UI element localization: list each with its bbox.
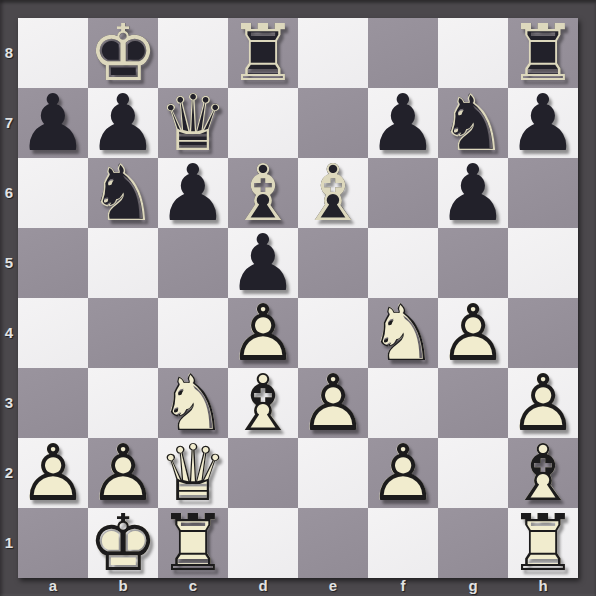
square-h2[interactable]: ♝♗ (508, 438, 578, 508)
square-d1[interactable] (228, 508, 298, 578)
square-f6[interactable] (368, 158, 438, 228)
white-pawn-outline-glyph: ♙ (88, 438, 158, 508)
file-label-d: d (228, 578, 298, 596)
black-knight-glyph: ♞ (88, 158, 158, 228)
file-label-c: c (158, 578, 228, 596)
white-rook-glyph: ♜ (508, 508, 578, 578)
square-h4[interactable] (508, 298, 578, 368)
square-a5[interactable] (18, 228, 88, 298)
white-pawn[interactable]: ♟♙ (508, 368, 578, 438)
black-bishop-outline-glyph: ♗ (298, 158, 368, 228)
black-pawn-glyph: ♟ (88, 88, 158, 158)
square-c3[interactable]: ♞♘ (158, 368, 228, 438)
file-label-g: g (438, 578, 508, 596)
square-a1[interactable] (18, 508, 88, 578)
black-knight-outline-glyph: ♘ (438, 88, 508, 158)
white-rook[interactable]: ♜♖ (158, 508, 228, 578)
square-g6[interactable]: ♟ (438, 158, 508, 228)
black-pawn[interactable]: ♟ (158, 158, 228, 228)
square-a7[interactable]: ♟ (18, 88, 88, 158)
black-rook[interactable]: ♜♖ (508, 18, 578, 88)
white-bishop[interactable]: ♝♗ (228, 368, 298, 438)
black-rook-glyph: ♜ (508, 18, 578, 88)
square-e1[interactable] (298, 508, 368, 578)
black-bishop-outline-glyph: ♗ (228, 158, 298, 228)
square-h6[interactable] (508, 158, 578, 228)
white-queen[interactable]: ♛♕ (158, 438, 228, 508)
white-rook-outline-glyph: ♖ (508, 508, 578, 578)
file-label-f: f (368, 578, 438, 596)
square-c1[interactable]: ♜♖ (158, 508, 228, 578)
white-pawn-outline-glyph: ♙ (368, 438, 438, 508)
white-bishop-glyph: ♝ (228, 368, 298, 438)
square-a2[interactable]: ♟♙ (18, 438, 88, 508)
chess-board: ♚♔♜♖♜♖♟♟♛♕♟♞♘♟♞♘♟♝♗♝♗♟♟♟♙♞♘♟♙♞♘♝♗♟♙♟♙♟♙♟… (18, 18, 578, 578)
white-king[interactable]: ♚♔ (88, 508, 158, 578)
square-g8[interactable] (438, 18, 508, 88)
white-pawn-glyph: ♟ (88, 438, 158, 508)
black-pawn[interactable]: ♟ (88, 88, 158, 158)
white-pawn-glyph: ♟ (18, 438, 88, 508)
rank-label-5: 5 (0, 228, 18, 298)
square-g1[interactable] (438, 508, 508, 578)
white-pawn-outline-glyph: ♙ (18, 438, 88, 508)
black-pawn-glyph: ♟ (228, 228, 298, 298)
square-b4[interactable] (88, 298, 158, 368)
square-c5[interactable] (158, 228, 228, 298)
black-pawn[interactable]: ♟ (438, 158, 508, 228)
square-c4[interactable] (158, 298, 228, 368)
black-king[interactable]: ♚♔ (88, 18, 158, 88)
rank-label-8: 8 (0, 18, 18, 88)
square-a6[interactable] (18, 158, 88, 228)
black-queen-glyph: ♛ (158, 88, 228, 158)
square-h1[interactable]: ♜♖ (508, 508, 578, 578)
black-pawn[interactable]: ♟ (508, 88, 578, 158)
square-g7[interactable]: ♞♘ (438, 88, 508, 158)
white-rook[interactable]: ♜♖ (508, 508, 578, 578)
rank-label-7: 7 (0, 88, 18, 158)
black-pawn-glyph: ♟ (508, 88, 578, 158)
white-pawn-outline-glyph: ♙ (508, 368, 578, 438)
rank-labels: 87654321 (0, 18, 18, 578)
rank-label-6: 6 (0, 158, 18, 228)
black-pawn-glyph: ♟ (368, 88, 438, 158)
rank-label-3: 3 (0, 368, 18, 438)
black-pawn[interactable]: ♟ (18, 88, 88, 158)
square-f8[interactable] (368, 18, 438, 88)
square-e2[interactable] (298, 438, 368, 508)
black-bishop[interactable]: ♝♗ (298, 158, 368, 228)
square-h3[interactable]: ♟♙ (508, 368, 578, 438)
black-rook-outline-glyph: ♖ (508, 18, 578, 88)
square-f7[interactable]: ♟ (368, 88, 438, 158)
square-b3[interactable] (88, 368, 158, 438)
white-bishop[interactable]: ♝♗ (508, 438, 578, 508)
black-pawn-glyph: ♟ (18, 88, 88, 158)
square-g2[interactable] (438, 438, 508, 508)
square-c2[interactable]: ♛♕ (158, 438, 228, 508)
file-label-e: e (298, 578, 368, 596)
square-f5[interactable] (368, 228, 438, 298)
black-rook-outline-glyph: ♖ (228, 18, 298, 88)
black-queen-outline-glyph: ♕ (158, 88, 228, 158)
white-bishop-glyph: ♝ (508, 438, 578, 508)
black-king-glyph: ♚ (88, 18, 158, 88)
white-knight[interactable]: ♞♘ (158, 368, 228, 438)
black-bishop-glyph: ♝ (298, 158, 368, 228)
square-b7[interactable]: ♟ (88, 88, 158, 158)
square-h7[interactable]: ♟ (508, 88, 578, 158)
black-queen[interactable]: ♛♕ (158, 88, 228, 158)
rank-label-2: 2 (0, 438, 18, 508)
square-e5[interactable] (298, 228, 368, 298)
square-c6[interactable]: ♟ (158, 158, 228, 228)
black-pawn-glyph: ♟ (158, 158, 228, 228)
white-pawn[interactable]: ♟♙ (298, 368, 368, 438)
white-knight-glyph: ♞ (158, 368, 228, 438)
white-king-glyph: ♚ (88, 508, 158, 578)
file-label-b: b (88, 578, 158, 596)
black-bishop-glyph: ♝ (228, 158, 298, 228)
square-f1[interactable] (368, 508, 438, 578)
square-e7[interactable] (298, 88, 368, 158)
square-e6[interactable]: ♝♗ (298, 158, 368, 228)
square-b6[interactable]: ♞♘ (88, 158, 158, 228)
square-b1[interactable]: ♚♔ (88, 508, 158, 578)
white-pawn[interactable]: ♟♙ (228, 298, 298, 368)
white-queen-outline-glyph: ♕ (158, 438, 228, 508)
square-a4[interactable] (18, 298, 88, 368)
white-pawn[interactable]: ♟♙ (18, 438, 88, 508)
rank-label-1: 1 (0, 508, 18, 578)
white-bishop-outline-glyph: ♗ (228, 368, 298, 438)
file-label-a: a (18, 578, 88, 596)
black-knight[interactable]: ♞♘ (438, 88, 508, 158)
white-pawn-glyph: ♟ (508, 368, 578, 438)
square-d5[interactable]: ♟ (228, 228, 298, 298)
square-c7[interactable]: ♛♕ (158, 88, 228, 158)
square-c8[interactable] (158, 18, 228, 88)
black-bishop[interactable]: ♝♗ (228, 158, 298, 228)
square-a8[interactable] (18, 18, 88, 88)
white-bishop-outline-glyph: ♗ (508, 438, 578, 508)
white-pawn-glyph: ♟ (438, 298, 508, 368)
black-king-outline-glyph: ♔ (88, 18, 158, 88)
file-label-h: h (508, 578, 578, 596)
black-pawn[interactable]: ♟ (368, 88, 438, 158)
black-pawn-glyph: ♟ (438, 158, 508, 228)
white-knight-outline-glyph: ♘ (368, 298, 438, 368)
white-pawn[interactable]: ♟♙ (368, 438, 438, 508)
white-pawn-glyph: ♟ (228, 298, 298, 368)
square-d8[interactable]: ♜♖ (228, 18, 298, 88)
black-rook-glyph: ♜ (228, 18, 298, 88)
square-h5[interactable] (508, 228, 578, 298)
white-rook-glyph: ♜ (158, 508, 228, 578)
white-pawn-outline-glyph: ♙ (298, 368, 368, 438)
white-pawn[interactable]: ♟♙ (438, 298, 508, 368)
square-d3[interactable]: ♝♗ (228, 368, 298, 438)
white-knight-outline-glyph: ♘ (158, 368, 228, 438)
square-g3[interactable] (438, 368, 508, 438)
square-e8[interactable] (298, 18, 368, 88)
black-knight-outline-glyph: ♘ (88, 158, 158, 228)
square-d2[interactable] (228, 438, 298, 508)
square-b2[interactable]: ♟♙ (88, 438, 158, 508)
white-king-outline-glyph: ♔ (88, 508, 158, 578)
white-pawn-outline-glyph: ♙ (438, 298, 508, 368)
square-f3[interactable] (368, 368, 438, 438)
square-h8[interactable]: ♜♖ (508, 18, 578, 88)
black-pawn[interactable]: ♟ (228, 228, 298, 298)
square-f2[interactable]: ♟♙ (368, 438, 438, 508)
black-knight[interactable]: ♞♘ (88, 158, 158, 228)
square-b8[interactable]: ♚♔ (88, 18, 158, 88)
board-frame: 87654321 ♚♔♜♖♜♖♟♟♛♕♟♞♘♟♞♘♟♝♗♝♗♟♟♟♙♞♘♟♙♞♘… (0, 0, 596, 596)
file-labels: abcdefgh (18, 578, 578, 596)
square-g5[interactable] (438, 228, 508, 298)
white-pawn-glyph: ♟ (368, 438, 438, 508)
square-d6[interactable]: ♝♗ (228, 158, 298, 228)
square-d7[interactable] (228, 88, 298, 158)
square-f4[interactable]: ♞♘ (368, 298, 438, 368)
square-e4[interactable] (298, 298, 368, 368)
square-b5[interactable] (88, 228, 158, 298)
white-pawn[interactable]: ♟♙ (88, 438, 158, 508)
square-d4[interactable]: ♟♙ (228, 298, 298, 368)
white-rook-outline-glyph: ♖ (158, 508, 228, 578)
white-pawn-outline-glyph: ♙ (228, 298, 298, 368)
square-g4[interactable]: ♟♙ (438, 298, 508, 368)
white-knight-glyph: ♞ (368, 298, 438, 368)
black-rook[interactable]: ♜♖ (228, 18, 298, 88)
square-a3[interactable] (18, 368, 88, 438)
white-queen-glyph: ♛ (158, 438, 228, 508)
white-knight[interactable]: ♞♘ (368, 298, 438, 368)
black-knight-glyph: ♞ (438, 88, 508, 158)
rank-label-4: 4 (0, 298, 18, 368)
white-pawn-glyph: ♟ (298, 368, 368, 438)
square-e3[interactable]: ♟♙ (298, 368, 368, 438)
